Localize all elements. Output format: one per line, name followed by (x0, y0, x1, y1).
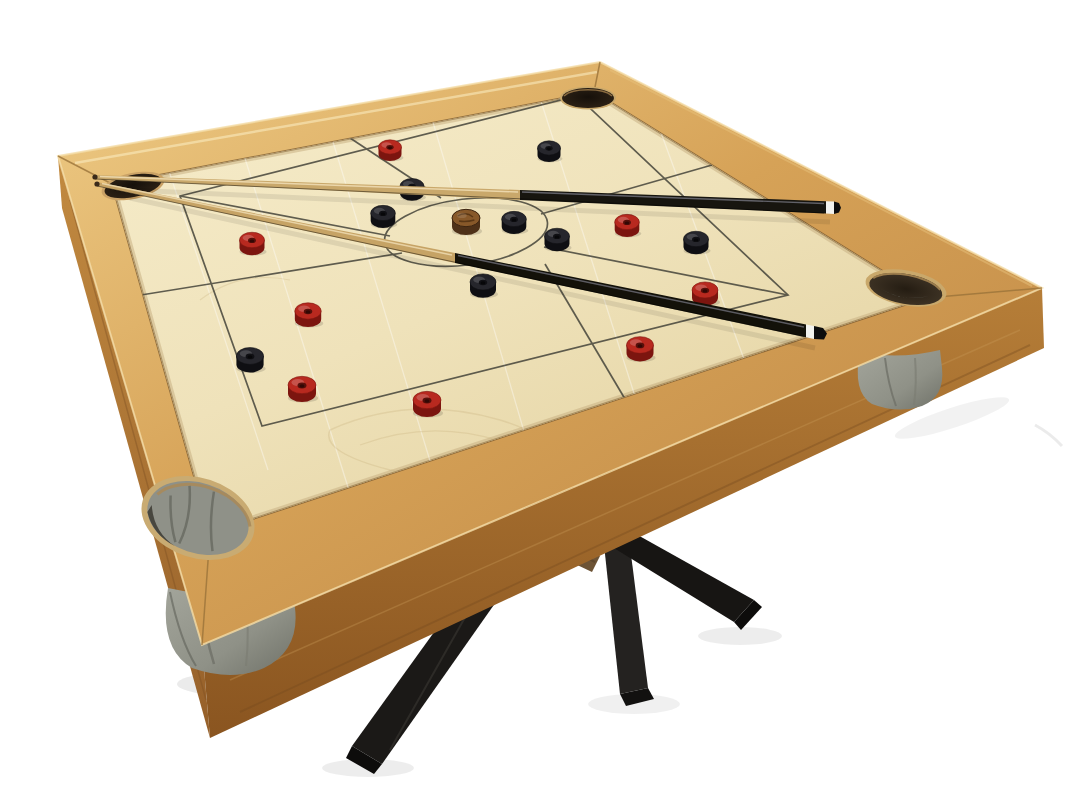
puck-black (502, 211, 529, 234)
puck-black (545, 228, 572, 251)
puck-red (626, 337, 655, 362)
puck-red (379, 140, 404, 162)
puck-black (371, 205, 398, 228)
puck-black (236, 348, 265, 373)
couronne-table-photo (0, 0, 1067, 800)
puck-red (295, 303, 324, 328)
puck-red (615, 214, 642, 237)
table-scene-svg (0, 0, 1067, 800)
puck-black (538, 141, 563, 163)
puck-black (684, 231, 711, 254)
center-peg (452, 209, 482, 235)
puck-red (288, 376, 318, 402)
puck-red (240, 232, 267, 255)
cue-lower-ferrule (806, 324, 814, 339)
puck-red (413, 391, 443, 417)
cue-lower-tip (94, 181, 99, 186)
cue-upper-ferrule (826, 201, 834, 214)
pocket-top (560, 87, 616, 110)
cue-upper-tip (92, 174, 97, 179)
